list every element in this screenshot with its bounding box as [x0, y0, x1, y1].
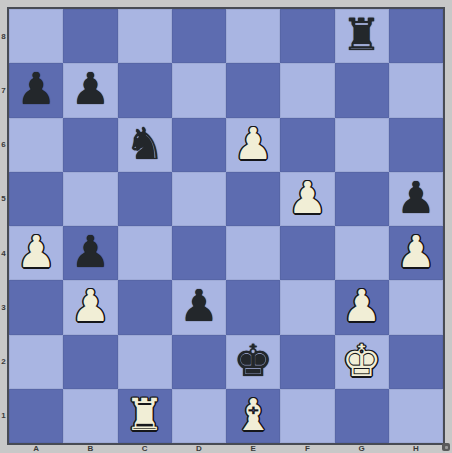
square-h7[interactable] [389, 63, 443, 117]
square-g6[interactable] [335, 118, 389, 172]
square-h1[interactable] [389, 389, 443, 443]
square-c3[interactable] [118, 280, 172, 334]
square-b6[interactable] [63, 118, 117, 172]
square-b2[interactable] [63, 335, 117, 389]
white-pawn-a4[interactable]: ♟ [16, 230, 55, 274]
white-pawn-f5[interactable]: ♟ [288, 176, 327, 220]
square-f6[interactable] [280, 118, 334, 172]
rank-label-6: 6 [0, 118, 7, 172]
square-a4[interactable]: ♟ [9, 226, 63, 280]
square-c4[interactable] [118, 226, 172, 280]
square-e5[interactable] [226, 172, 280, 226]
square-f7[interactable] [280, 63, 334, 117]
square-c8[interactable] [118, 9, 172, 63]
square-a5[interactable] [9, 172, 63, 226]
rank-label-7: 7 [0, 63, 7, 117]
square-d4[interactable] [172, 226, 226, 280]
square-e7[interactable] [226, 63, 280, 117]
square-d6[interactable] [172, 118, 226, 172]
file-label-e: E [226, 444, 280, 453]
rank-labels: 87654321 [0, 9, 7, 443]
white-pawn-e6[interactable]: ♟ [233, 122, 272, 166]
square-f3[interactable] [280, 280, 334, 334]
square-d3[interactable]: ♟ [172, 280, 226, 334]
white-rook-c1[interactable]: ♜ [125, 393, 164, 437]
square-c1[interactable]: ♜ [118, 389, 172, 443]
rank-label-4: 4 [0, 226, 7, 280]
logo-dot-icon [442, 443, 450, 451]
file-label-g: G [335, 444, 389, 453]
black-king-e2[interactable]: ♚ [233, 339, 272, 383]
rank-label-1: 1 [0, 389, 7, 443]
square-f2[interactable] [280, 335, 334, 389]
file-label-f: F [280, 444, 334, 453]
rank-label-5: 5 [0, 172, 7, 226]
square-g2[interactable]: ♚ [335, 335, 389, 389]
square-b5[interactable] [63, 172, 117, 226]
black-pawn-d3[interactable]: ♟ [179, 284, 218, 328]
file-label-h: H [389, 444, 443, 453]
square-g8[interactable]: ♜ [335, 9, 389, 63]
square-b4[interactable]: ♟ [63, 226, 117, 280]
square-a7[interactable]: ♟ [9, 63, 63, 117]
file-label-c: C [118, 444, 172, 453]
black-pawn-a7[interactable]: ♟ [16, 67, 55, 111]
square-g7[interactable] [335, 63, 389, 117]
file-labels: ABCDEFGH [9, 444, 443, 453]
file-label-b: B [63, 444, 117, 453]
chess-diagram: 87654321 ♜♟♟♞♟♟♟♟♟♟♟♟♟♚♚♜♝ ABCDEFGH [0, 0, 452, 453]
square-h5[interactable]: ♟ [389, 172, 443, 226]
square-d1[interactable] [172, 389, 226, 443]
black-pawn-b7[interactable]: ♟ [71, 67, 110, 111]
white-pawn-b3[interactable]: ♟ [71, 284, 110, 328]
square-d2[interactable] [172, 335, 226, 389]
square-h3[interactable] [389, 280, 443, 334]
square-g1[interactable] [335, 389, 389, 443]
chess-board[interactable]: ♜♟♟♞♟♟♟♟♟♟♟♟♟♚♚♜♝ [7, 7, 445, 445]
square-f8[interactable] [280, 9, 334, 63]
square-f1[interactable] [280, 389, 334, 443]
square-g5[interactable] [335, 172, 389, 226]
square-e6[interactable]: ♟ [226, 118, 280, 172]
file-label-a: A [9, 444, 63, 453]
square-c6[interactable]: ♞ [118, 118, 172, 172]
square-f4[interactable] [280, 226, 334, 280]
square-a6[interactable] [9, 118, 63, 172]
rank-label-3: 3 [0, 280, 7, 334]
rank-label-8: 8 [0, 9, 7, 63]
rank-label-2: 2 [0, 335, 7, 389]
logo-dot-inner [445, 446, 448, 449]
square-a2[interactable] [9, 335, 63, 389]
square-b1[interactable] [63, 389, 117, 443]
square-c2[interactable] [118, 335, 172, 389]
file-label-d: D [172, 444, 226, 453]
square-h2[interactable] [389, 335, 443, 389]
black-pawn-h5[interactable]: ♟ [396, 176, 435, 220]
square-d7[interactable] [172, 63, 226, 117]
square-f5[interactable]: ♟ [280, 172, 334, 226]
square-b8[interactable] [63, 9, 117, 63]
white-king-g2[interactable]: ♚ [342, 339, 381, 383]
square-a3[interactable] [9, 280, 63, 334]
square-a1[interactable] [9, 389, 63, 443]
square-d8[interactable] [172, 9, 226, 63]
square-h4[interactable]: ♟ [389, 226, 443, 280]
square-e8[interactable] [226, 9, 280, 63]
white-bishop-e1[interactable]: ♝ [233, 393, 272, 437]
black-pawn-b4[interactable]: ♟ [71, 230, 110, 274]
square-g4[interactable] [335, 226, 389, 280]
square-b7[interactable]: ♟ [63, 63, 117, 117]
black-knight-c6[interactable]: ♞ [125, 122, 164, 166]
square-e4[interactable] [226, 226, 280, 280]
square-d5[interactable] [172, 172, 226, 226]
square-g3[interactable]: ♟ [335, 280, 389, 334]
square-a8[interactable] [9, 9, 63, 63]
white-pawn-h4[interactable]: ♟ [396, 230, 435, 274]
square-c7[interactable] [118, 63, 172, 117]
square-e1[interactable]: ♝ [226, 389, 280, 443]
square-e2[interactable]: ♚ [226, 335, 280, 389]
square-e3[interactable] [226, 280, 280, 334]
square-c5[interactable] [118, 172, 172, 226]
black-rook-g8[interactable]: ♜ [342, 13, 381, 57]
square-h6[interactable] [389, 118, 443, 172]
square-h8[interactable] [389, 9, 443, 63]
square-b3[interactable]: ♟ [63, 280, 117, 334]
white-pawn-g3[interactable]: ♟ [342, 284, 381, 328]
